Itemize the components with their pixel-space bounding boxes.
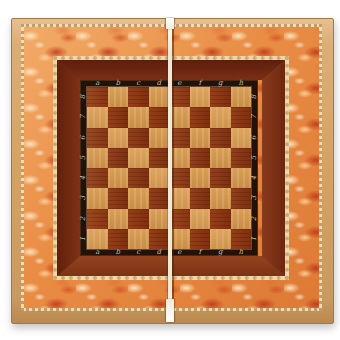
square-c5[interactable] <box>128 148 149 168</box>
square-b1[interactable] <box>108 229 129 249</box>
square-h1[interactable] <box>231 229 252 249</box>
square-c3[interactable] <box>128 188 149 208</box>
square-e5[interactable] <box>169 148 190 168</box>
square-d3[interactable] <box>149 188 170 208</box>
square-g5[interactable] <box>210 148 231 168</box>
square-b6[interactable] <box>108 128 129 148</box>
square-e8[interactable] <box>169 87 190 107</box>
square-d6[interactable] <box>149 128 170 148</box>
coord-label: d <box>149 249 170 256</box>
square-b8[interactable] <box>108 87 129 107</box>
hinge-seam-bottom-gap <box>166 299 174 322</box>
square-a3[interactable] <box>87 188 108 208</box>
square-h2[interactable] <box>231 209 252 229</box>
coord-label: e <box>169 249 190 256</box>
square-g3[interactable] <box>210 188 231 208</box>
square-c4[interactable] <box>128 168 149 188</box>
square-c2[interactable] <box>128 209 149 229</box>
square-f7[interactable] <box>190 107 211 127</box>
square-d2[interactable] <box>149 209 170 229</box>
square-g7[interactable] <box>210 107 231 127</box>
square-f5[interactable] <box>190 148 211 168</box>
square-f2[interactable] <box>190 209 211 229</box>
coord-label: d <box>149 80 170 87</box>
square-b2[interactable] <box>108 209 129 229</box>
coords-right: 87654321 <box>251 87 258 249</box>
hinge-seam <box>168 18 172 322</box>
square-h8[interactable] <box>231 87 252 107</box>
square-f6[interactable] <box>190 128 211 148</box>
square-c6[interactable] <box>128 128 149 148</box>
square-c8[interactable] <box>128 87 149 107</box>
hinge-seam-top-gap <box>166 18 174 29</box>
square-f8[interactable] <box>190 87 211 107</box>
square-b7[interactable] <box>108 107 129 127</box>
square-h3[interactable] <box>231 188 252 208</box>
square-a4[interactable] <box>87 168 108 188</box>
product-photo: abcdefgh abcdefgh 87654321 87654321 <box>0 0 340 340</box>
square-f1[interactable] <box>190 229 211 249</box>
square-e4[interactable] <box>169 168 190 188</box>
square-e1[interactable] <box>169 229 190 249</box>
square-e3[interactable] <box>169 188 190 208</box>
coord-label: g <box>210 249 231 256</box>
square-b5[interactable] <box>108 148 129 168</box>
coord-label: c <box>128 249 149 256</box>
coord-label: b <box>108 249 129 256</box>
coord-label: h <box>231 80 252 87</box>
square-e7[interactable] <box>169 107 190 127</box>
square-b3[interactable] <box>108 188 129 208</box>
square-a8[interactable] <box>87 87 108 107</box>
square-g6[interactable] <box>210 128 231 148</box>
square-a1[interactable] <box>87 229 108 249</box>
coord-label: e <box>169 80 190 87</box>
square-c1[interactable] <box>128 229 149 249</box>
coord-label: c <box>128 80 149 87</box>
square-f4[interactable] <box>190 168 211 188</box>
square-g2[interactable] <box>210 209 231 229</box>
coord-label: b <box>108 80 129 87</box>
coord-label: a <box>87 80 108 87</box>
square-a6[interactable] <box>87 128 108 148</box>
coords-left: 87654321 <box>80 87 87 249</box>
square-h5[interactable] <box>231 148 252 168</box>
coord-label: f <box>190 249 211 256</box>
square-f3[interactable] <box>190 188 211 208</box>
coord-label: f <box>190 80 211 87</box>
square-b4[interactable] <box>108 168 129 188</box>
square-d8[interactable] <box>149 87 170 107</box>
square-h4[interactable] <box>231 168 252 188</box>
square-d1[interactable] <box>149 229 170 249</box>
mahogany-border-right <box>262 60 285 276</box>
square-d5[interactable] <box>149 148 170 168</box>
square-d4[interactable] <box>149 168 170 188</box>
square-g4[interactable] <box>210 168 231 188</box>
square-e2[interactable] <box>169 209 190 229</box>
square-g8[interactable] <box>210 87 231 107</box>
square-g1[interactable] <box>210 229 231 249</box>
mahogany-border-left <box>57 60 80 276</box>
square-a2[interactable] <box>87 209 108 229</box>
square-d7[interactable] <box>149 107 170 127</box>
square-e6[interactable] <box>169 128 190 148</box>
coord-label: a <box>87 249 108 256</box>
square-h7[interactable] <box>231 107 252 127</box>
square-a7[interactable] <box>87 107 108 127</box>
coord-label: g <box>210 80 231 87</box>
square-h6[interactable] <box>231 128 252 148</box>
square-c7[interactable] <box>128 107 149 127</box>
coord-label: h <box>231 249 252 256</box>
square-a5[interactable] <box>87 148 108 168</box>
